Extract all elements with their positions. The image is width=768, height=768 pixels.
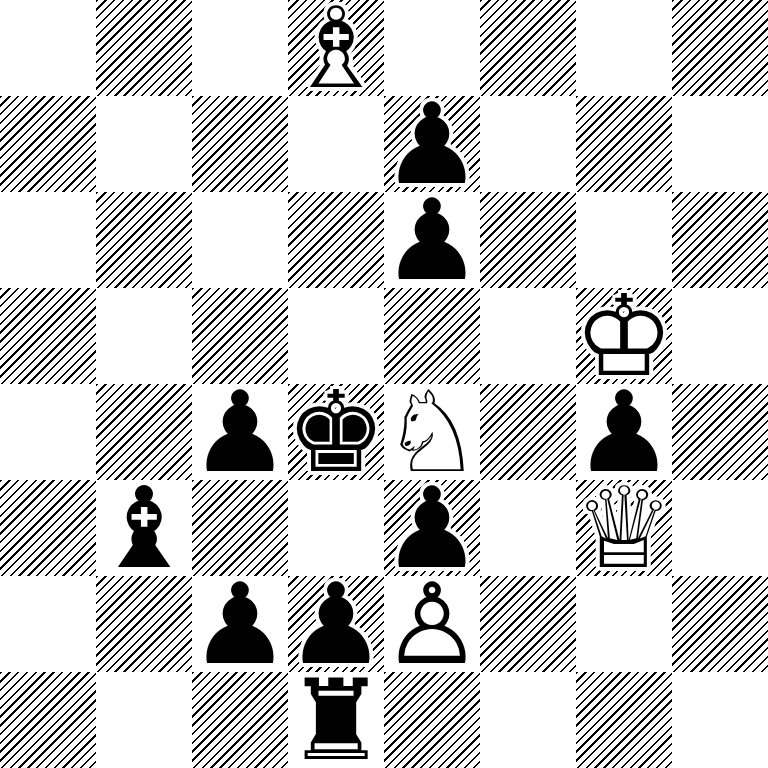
piece-black-bishop[interactable]: ♝ xyxy=(96,480,192,576)
black-rook-icon: ♜ xyxy=(288,672,384,768)
black-pawn-icon: ♟ xyxy=(192,576,288,672)
square-h5[interactable] xyxy=(672,288,768,384)
square-b8[interactable] xyxy=(96,0,192,96)
square-c2[interactable]: ♟ xyxy=(192,576,288,672)
square-b1[interactable] xyxy=(96,672,192,768)
piece-black-pawn[interactable]: ♟ xyxy=(192,384,288,480)
square-f1[interactable] xyxy=(480,672,576,768)
square-e2[interactable]: ♟♙ xyxy=(384,576,480,672)
square-e1[interactable] xyxy=(384,672,480,768)
square-g2[interactable] xyxy=(576,576,672,672)
square-g8[interactable] xyxy=(576,0,672,96)
square-h8[interactable] xyxy=(672,0,768,96)
square-g3[interactable]: ♛♕ xyxy=(576,480,672,576)
square-h7[interactable] xyxy=(672,96,768,192)
square-d6[interactable] xyxy=(288,192,384,288)
square-h2[interactable] xyxy=(672,576,768,672)
square-h1[interactable] xyxy=(672,672,768,768)
square-h4[interactable] xyxy=(672,384,768,480)
piece-black-king[interactable]: ♚ xyxy=(288,384,384,480)
square-g7[interactable] xyxy=(576,96,672,192)
square-d4[interactable]: ♚ xyxy=(288,384,384,480)
black-pawn-icon: ♟ xyxy=(384,192,480,288)
square-a4[interactable] xyxy=(0,384,96,480)
square-h3[interactable] xyxy=(672,480,768,576)
square-f3[interactable] xyxy=(480,480,576,576)
black-pawn-icon: ♟ xyxy=(192,384,288,480)
square-d8[interactable]: ♝♗ xyxy=(288,0,384,96)
square-b2[interactable] xyxy=(96,576,192,672)
square-f8[interactable] xyxy=(480,0,576,96)
square-a2[interactable] xyxy=(0,576,96,672)
white-queen-outline-icon: ♕ xyxy=(576,480,672,576)
white-pawn-outline-icon: ♙ xyxy=(384,576,480,672)
piece-white-pawn[interactable]: ♟♙ xyxy=(384,576,480,672)
white-bishop-outline-icon: ♗ xyxy=(288,0,384,96)
square-a8[interactable] xyxy=(0,0,96,96)
piece-black-rook[interactable]: ♜ xyxy=(288,672,384,768)
piece-black-pawn[interactable]: ♟ xyxy=(192,576,288,672)
black-king-icon: ♚ xyxy=(288,384,384,480)
square-c1[interactable] xyxy=(192,672,288,768)
piece-white-queen[interactable]: ♛♕ xyxy=(576,480,672,576)
chess-board: ♝♗♟♟♚♔♟♚♞♘♟♝♟♛♕♟♟♟♙♜ xyxy=(0,0,768,768)
square-d1[interactable]: ♜ xyxy=(288,672,384,768)
square-c7[interactable] xyxy=(192,96,288,192)
square-a6[interactable] xyxy=(0,192,96,288)
piece-white-bishop[interactable]: ♝♗ xyxy=(288,0,384,96)
square-a5[interactable] xyxy=(0,288,96,384)
square-d7[interactable] xyxy=(288,96,384,192)
square-c4[interactable]: ♟ xyxy=(192,384,288,480)
piece-black-pawn[interactable]: ♟ xyxy=(384,192,480,288)
square-g1[interactable] xyxy=(576,672,672,768)
black-bishop-icon: ♝ xyxy=(96,480,192,576)
square-b3[interactable]: ♝ xyxy=(96,480,192,576)
square-h6[interactable] xyxy=(672,192,768,288)
square-f2[interactable] xyxy=(480,576,576,672)
square-c6[interactable] xyxy=(192,192,288,288)
square-b6[interactable] xyxy=(96,192,192,288)
square-c8[interactable] xyxy=(192,0,288,96)
square-e6[interactable]: ♟ xyxy=(384,192,480,288)
square-b5[interactable] xyxy=(96,288,192,384)
square-f5[interactable] xyxy=(480,288,576,384)
square-f7[interactable] xyxy=(480,96,576,192)
square-a1[interactable] xyxy=(0,672,96,768)
square-a7[interactable] xyxy=(0,96,96,192)
square-f6[interactable] xyxy=(480,192,576,288)
square-f4[interactable] xyxy=(480,384,576,480)
square-a3[interactable] xyxy=(0,480,96,576)
square-b7[interactable] xyxy=(96,96,192,192)
